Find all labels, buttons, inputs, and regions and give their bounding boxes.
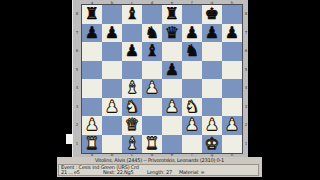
square-f2[interactable]: ♟ [182, 116, 202, 135]
square-d3[interactable] [142, 98, 162, 117]
square-e7[interactable]: ♛ [162, 24, 182, 43]
square-f7[interactable]: ♟ [182, 24, 202, 43]
square-b2[interactable] [102, 116, 122, 135]
square-b5[interactable] [102, 61, 122, 80]
rank-label-2: 2 [73, 116, 81, 135]
square-g6[interactable] [202, 42, 222, 61]
square-c5[interactable] [122, 61, 142, 80]
white-pawn[interactable]: ♟ [225, 116, 239, 134]
square-f8[interactable] [182, 5, 202, 24]
rank-label-8: 8 [242, 5, 250, 24]
square-a5[interactable] [82, 61, 102, 80]
square-g8[interactable]: ♚ [202, 5, 222, 24]
rank-label-1: 1 [242, 135, 250, 154]
rank-label-4: 4 [242, 79, 250, 98]
square-a4[interactable] [82, 79, 102, 98]
rank-label-7: 7 [73, 24, 81, 43]
square-g1[interactable]: ♚ [202, 135, 222, 154]
square-c7[interactable] [122, 24, 142, 43]
frame-notch [66, 134, 73, 144]
status-game-length: Length: 27 [147, 170, 172, 175]
status-bar: Event : Cesis ind Green (URS) Crd 21 ...… [58, 164, 259, 176]
square-e4[interactable] [162, 79, 182, 98]
square-h6[interactable] [222, 42, 242, 61]
black-pawn[interactable]: ♟ [225, 24, 239, 42]
square-h3[interactable] [222, 98, 242, 117]
square-d7[interactable]: ♞ [142, 24, 162, 43]
square-c4[interactable]: ♝ [122, 79, 142, 98]
square-g3[interactable] [202, 98, 222, 117]
square-b7[interactable]: ♟ [102, 24, 122, 43]
square-g5[interactable] [202, 61, 222, 80]
game-info-panel: Vitolins, Alvis (2445) -- Privorotskis, … [57, 157, 262, 177]
square-g7[interactable]: ♟ [202, 24, 222, 43]
square-a7[interactable]: ♟ [82, 24, 102, 43]
black-pawn[interactable]: ♟ [185, 24, 199, 42]
square-h5[interactable] [222, 61, 242, 80]
white-bishop[interactable]: ♝ [125, 135, 139, 153]
square-g2[interactable]: ♟ [202, 116, 222, 135]
square-e3[interactable]: ♟ [162, 98, 182, 117]
white-pawn[interactable]: ♟ [165, 98, 179, 116]
rank-label-4: 4 [73, 79, 81, 98]
square-g4[interactable] [202, 79, 222, 98]
chess-board: ♜♝♜♚♟♟♞♛♟♟♟♟♝♞♟♝♟♟♞♟♞♟♛♟♟♟♜♝♜♚ [81, 4, 243, 154]
square-f3[interactable]: ♞ [182, 98, 202, 117]
status-next-move: Next: 22.Ng5 [103, 170, 134, 175]
square-e1[interactable] [162, 135, 182, 154]
square-f1[interactable] [182, 135, 202, 154]
square-d6[interactable]: ♝ [142, 42, 162, 61]
square-d8[interactable] [142, 5, 162, 24]
white-pawn[interactable]: ♟ [105, 98, 119, 116]
white-rook[interactable]: ♜ [85, 135, 99, 153]
white-knight[interactable]: ♞ [125, 98, 139, 116]
white-pawn[interactable]: ♟ [205, 116, 219, 134]
black-rook[interactable]: ♜ [165, 5, 179, 23]
square-h4[interactable] [222, 79, 242, 98]
rank-label-8: 8 [73, 5, 81, 24]
square-a6[interactable] [82, 42, 102, 61]
square-b4[interactable] [102, 79, 122, 98]
chess-gui-window: abcdefgh 87654321 ♜♝♜♚♟♟♞♛♟♟♟♟♝♞♟♝♟♟♞♟♞♟… [72, 0, 248, 157]
status-material: Material: = [179, 170, 205, 175]
square-e8[interactable]: ♜ [162, 5, 182, 24]
rank-label-3: 3 [73, 98, 81, 117]
square-d2[interactable] [142, 116, 162, 135]
rank-label-6: 6 [73, 42, 81, 61]
square-f5[interactable] [182, 61, 202, 80]
rank-labels-left: 87654321 [73, 5, 81, 153]
rank-label-1: 1 [73, 135, 81, 154]
rank-label-6: 6 [242, 42, 250, 61]
square-c1[interactable]: ♝ [122, 135, 142, 154]
square-c3[interactable]: ♞ [122, 98, 142, 117]
square-c8[interactable]: ♝ [122, 5, 142, 24]
square-h8[interactable] [222, 5, 242, 24]
white-king[interactable]: ♚ [205, 135, 219, 153]
black-pawn[interactable]: ♟ [85, 24, 99, 42]
white-pawn[interactable]: ♟ [185, 116, 199, 134]
black-pawn[interactable]: ♟ [125, 42, 139, 60]
black-knight[interactable]: ♞ [145, 24, 159, 42]
white-knight[interactable]: ♞ [185, 98, 199, 116]
square-a1[interactable]: ♜ [82, 135, 102, 154]
square-b8[interactable] [102, 5, 122, 24]
white-pawn[interactable]: ♟ [145, 79, 159, 97]
square-e6[interactable] [162, 42, 182, 61]
white-queen[interactable]: ♛ [125, 116, 139, 134]
black-knight[interactable]: ♞ [185, 42, 199, 60]
rank-label-5: 5 [73, 61, 81, 80]
square-d4[interactable]: ♟ [142, 79, 162, 98]
rank-label-7: 7 [242, 24, 250, 43]
black-king[interactable]: ♚ [205, 5, 219, 23]
white-pawn[interactable]: ♟ [85, 116, 99, 134]
rank-label-3: 3 [242, 98, 250, 117]
black-queen[interactable]: ♛ [165, 24, 179, 42]
square-f6[interactable]: ♞ [182, 42, 202, 61]
square-f4[interactable] [182, 79, 202, 98]
black-pawn[interactable]: ♟ [165, 61, 179, 79]
square-h1[interactable] [222, 135, 242, 154]
square-a2[interactable]: ♟ [82, 116, 102, 135]
square-d5[interactable] [142, 61, 162, 80]
square-a3[interactable] [82, 98, 102, 117]
black-rook[interactable]: ♜ [85, 5, 99, 23]
black-bishop[interactable]: ♝ [125, 5, 139, 23]
status-last-move: 21 ... e5 [61, 170, 80, 175]
status-line: 21 ... e5 Next: 22.Ng5 Length: 27 Materi… [59, 170, 258, 175]
white-bishop[interactable]: ♝ [125, 79, 139, 97]
rank-label-5: 5 [242, 61, 250, 80]
white-rook[interactable]: ♜ [145, 135, 159, 153]
square-c2[interactable]: ♛ [122, 116, 142, 135]
rank-label-2: 2 [242, 116, 250, 135]
square-e5[interactable]: ♟ [162, 61, 182, 80]
square-h2[interactable]: ♟ [222, 116, 242, 135]
square-c6[interactable]: ♟ [122, 42, 142, 61]
square-b3[interactable]: ♟ [102, 98, 122, 117]
square-d1[interactable]: ♜ [142, 135, 162, 154]
square-h7[interactable]: ♟ [222, 24, 242, 43]
square-b1[interactable] [102, 135, 122, 154]
square-b6[interactable] [102, 42, 122, 61]
video-frame: abcdefgh 87654321 ♜♝♜♚♟♟♞♛♟♟♟♟♝♞♟♝♟♟♞♟♞♟… [0, 0, 320, 180]
black-bishop[interactable]: ♝ [145, 42, 159, 60]
black-pawn[interactable]: ♟ [105, 24, 119, 42]
players-header: Vitolins, Alvis (2445) -- Privorotskis, … [57, 157, 262, 163]
square-a8[interactable]: ♜ [82, 5, 102, 24]
black-pawn[interactable]: ♟ [205, 24, 219, 42]
square-e2[interactable] [162, 116, 182, 135]
rank-labels-right: 87654321 [242, 5, 250, 153]
